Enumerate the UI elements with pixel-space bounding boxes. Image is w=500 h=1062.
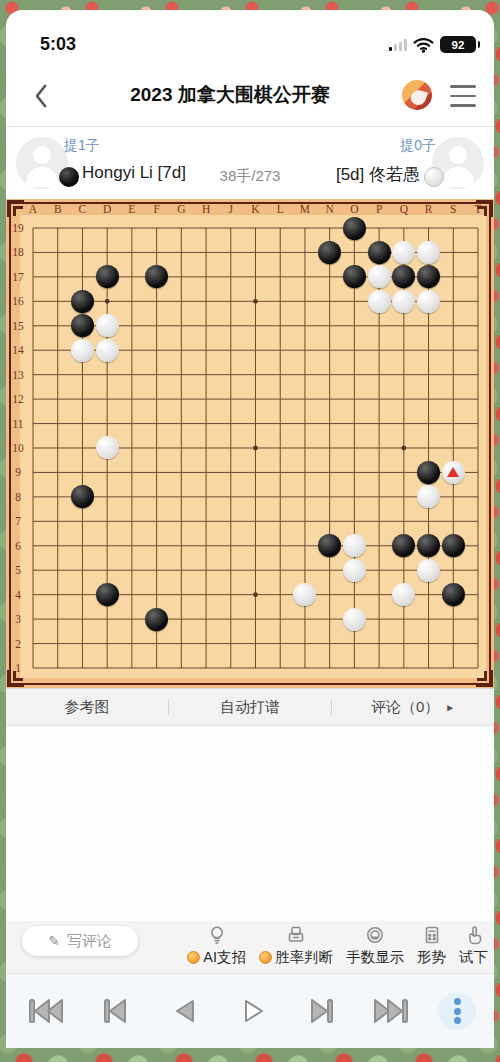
board-letter: T <box>474 203 481 215</box>
board-letter: H <box>202 203 210 215</box>
stone-white-R18 <box>417 241 440 264</box>
more-options-button[interactable] <box>438 992 476 1030</box>
stone-black-S4 <box>442 583 465 606</box>
ai-hint-button[interactable]: AI支招 <box>187 924 246 967</box>
jump-to-start-button[interactable] <box>24 994 68 1028</box>
back-button[interactable] <box>26 80 56 112</box>
signal-icon <box>389 39 408 51</box>
board-letter: B <box>54 203 62 215</box>
comments-expand-icon: ► <box>445 702 455 713</box>
winrate-icon <box>286 924 306 946</box>
stone-white-O6 <box>343 534 366 557</box>
stone-white-D14 <box>96 339 119 362</box>
wifi-icon <box>413 37 434 53</box>
tab-bar: 参考图 自动打谱 评论（0） ► <box>6 688 494 726</box>
stone-black-N18 <box>318 241 341 264</box>
stone-white-O3 <box>343 608 366 631</box>
stone-black-S6 <box>442 534 465 557</box>
play-forward-button[interactable] <box>231 994 275 1028</box>
board-letter: N <box>326 203 334 215</box>
goban-surface[interactable] <box>20 215 486 678</box>
go-board[interactable]: ABCDEFGHJKLMNOPQRST 19181716151413121110… <box>6 199 494 688</box>
stone-white-R5 <box>417 559 440 582</box>
stone-black-O19 <box>343 217 366 240</box>
board-letter: D <box>103 203 111 215</box>
board-letter: O <box>350 203 358 215</box>
menu-button[interactable] <box>450 85 476 107</box>
board-letter: A <box>29 203 37 215</box>
board-letter: P <box>376 203 382 215</box>
tab-auto-replay[interactable]: 自动打谱 <box>169 698 331 717</box>
play-back-icon <box>169 997 199 1025</box>
stone-white-S9 <box>442 461 465 484</box>
stone-white-D15 <box>96 314 119 337</box>
tab-comments[interactable]: 评论（0） ► <box>332 698 494 717</box>
stone-white-D10 <box>96 436 119 459</box>
stone-black-D4 <box>96 583 119 606</box>
write-comment-button[interactable]: ✎ 写评论 <box>22 926 138 956</box>
coin-icon <box>187 951 200 964</box>
coin-icon <box>259 951 272 964</box>
step-back-icon <box>97 997 133 1025</box>
status-icons: 92 <box>389 36 477 53</box>
step-forward-icon <box>304 997 340 1025</box>
bottom-toolbar: ✎ 写评论 AI支招 <box>6 921 494 973</box>
white-stone-icon <box>424 167 444 187</box>
board-letter: F <box>153 203 159 215</box>
board-letter: E <box>128 203 135 215</box>
move-count-icon <box>365 924 385 946</box>
stone-white-P16 <box>368 290 391 313</box>
board-letter: S <box>450 203 456 215</box>
pointing-hand-icon <box>464 924 484 946</box>
stone-black-D17 <box>96 265 119 288</box>
stone-white-P17 <box>368 265 391 288</box>
stone-white-Q16 <box>392 290 415 313</box>
stone-white-C14 <box>71 339 94 362</box>
try-move-button[interactable]: 试下 <box>459 924 488 967</box>
move-navigation-bar <box>6 973 494 1048</box>
stone-black-P18 <box>368 241 391 264</box>
app-window: 5:03 92 2023 加拿大围棋公开赛 <box>6 10 494 1048</box>
page-title: 2023 加拿大围棋公开赛 <box>76 82 384 108</box>
header: 2023 加拿大围棋公开赛 <box>6 66 494 126</box>
chevron-left-icon <box>33 83 49 109</box>
play-forward-icon <box>238 997 268 1025</box>
winrate-button[interactable]: 胜率判断 <box>259 924 333 967</box>
play-back-button[interactable] <box>162 994 206 1028</box>
lightbulb-icon <box>207 924 227 946</box>
phone-wallpaper: 5:03 92 2023 加拿大围棋公开赛 <box>0 0 500 1062</box>
pencil-icon: ✎ <box>48 933 60 949</box>
board-letter: Q <box>400 203 408 215</box>
board-letter: K <box>251 203 259 215</box>
territory-icon <box>422 924 442 946</box>
white-player-name: [5d] 佟若愚 <box>336 163 420 186</box>
clock: 5:03 <box>40 34 76 55</box>
last-move-marker <box>447 467 459 477</box>
step-back-button[interactable] <box>93 994 137 1028</box>
jump-to-end-button[interactable] <box>369 994 413 1028</box>
comments-area[interactable] <box>6 726 494 921</box>
tab-reference-diagram[interactable]: 参考图 <box>6 698 168 717</box>
status-bar: 5:03 92 <box>6 10 494 66</box>
territory-button[interactable]: 形势 <box>417 924 446 967</box>
battery-icon: 92 <box>440 36 476 53</box>
stone-white-R16 <box>417 290 440 313</box>
jump-to-start-icon <box>26 997 66 1025</box>
stone-black-R9 <box>417 461 440 484</box>
stone-black-F3 <box>145 608 168 631</box>
step-forward-button[interactable] <box>300 994 344 1028</box>
board-letter: J <box>229 203 233 215</box>
move-counter: 38手/273 <box>220 167 281 186</box>
black-captures: 提1子 <box>64 137 100 155</box>
black-stone-icon <box>59 167 79 187</box>
stone-black-C16 <box>71 290 94 313</box>
stone-white-O5 <box>343 559 366 582</box>
board-letter: C <box>79 203 87 215</box>
white-captures: 提0子 <box>400 137 436 155</box>
player-bar: 提1子 Hongyi Li [7d] 38手/273 提0子 [5d] 佟若愚 <box>6 127 494 199</box>
app-logo-icon <box>402 80 432 110</box>
jump-to-end-icon <box>371 997 411 1025</box>
black-player-name: Hongyi Li [7d] <box>82 163 186 183</box>
tool-buttons: AI支招 胜率判断 <box>187 924 488 967</box>
board-letter: M <box>300 203 310 215</box>
board-letter: L <box>277 203 284 215</box>
board-letter: G <box>177 203 185 215</box>
move-number-button[interactable]: 手数显示 <box>346 924 404 967</box>
board-letter: R <box>425 203 433 215</box>
